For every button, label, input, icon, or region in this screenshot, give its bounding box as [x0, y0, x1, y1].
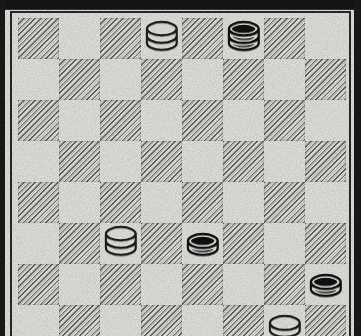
square-r0c7	[305, 18, 346, 59]
square-r2c7	[305, 100, 346, 141]
square-r4c6	[264, 182, 305, 223]
square-r7c5	[223, 305, 264, 336]
square-r4c5	[223, 182, 264, 223]
square-r6c7: ⛂	[305, 264, 346, 305]
top-border-line	[0, 0, 361, 10]
square-r7c0	[18, 305, 59, 336]
square-r6c5	[223, 264, 264, 305]
right-border-line	[354, 0, 361, 336]
white-king-piece: ⛁	[144, 16, 179, 58]
square-r4c1	[59, 182, 100, 223]
square-r7c3	[141, 305, 182, 336]
square-r4c7	[305, 182, 346, 223]
square-r5c1	[59, 223, 100, 264]
square-r5c3	[141, 223, 182, 264]
black-king-piece: ⛃	[226, 16, 261, 58]
square-r0c3: ⛁	[141, 18, 182, 59]
square-r6c2	[100, 264, 141, 305]
left-border-line	[0, 0, 5, 336]
square-r1c5	[223, 59, 264, 100]
square-r0c2	[100, 18, 141, 59]
square-r5c0	[18, 223, 59, 264]
white-king-piece: ⛁	[103, 221, 138, 263]
square-r6c0	[18, 264, 59, 305]
black-man-piece: ⛂	[308, 262, 343, 304]
square-r4c3	[141, 182, 182, 223]
square-r2c4	[182, 100, 223, 141]
black-man-piece: ⛂	[185, 221, 220, 263]
square-r5c6	[264, 223, 305, 264]
square-r3c4	[182, 141, 223, 182]
square-r5c5	[223, 223, 264, 264]
square-r0c4	[182, 18, 223, 59]
square-r6c4	[182, 264, 223, 305]
white-man-piece: ⛀	[267, 303, 302, 336]
square-r3c2	[100, 141, 141, 182]
square-r1c4	[182, 59, 223, 100]
square-r1c3	[141, 59, 182, 100]
square-r3c0	[18, 141, 59, 182]
square-r2c0	[18, 100, 59, 141]
square-r2c3	[141, 100, 182, 141]
square-r7c4	[182, 305, 223, 336]
square-r7c1	[59, 305, 100, 336]
square-r1c7	[305, 59, 346, 100]
square-r1c2	[100, 59, 141, 100]
square-r6c3	[141, 264, 182, 305]
square-r7c2	[100, 305, 141, 336]
square-r7c6: ⛀	[264, 305, 305, 336]
square-r5c2: ⛁	[100, 223, 141, 264]
square-r1c0	[18, 59, 59, 100]
square-r0c0	[18, 18, 59, 59]
square-r0c6	[264, 18, 305, 59]
square-r1c6	[264, 59, 305, 100]
square-r6c1	[59, 264, 100, 305]
square-r2c5	[223, 100, 264, 141]
square-r1c1	[59, 59, 100, 100]
square-r3c1	[59, 141, 100, 182]
square-r0c5: ⛃	[223, 18, 264, 59]
square-r3c6	[264, 141, 305, 182]
board: ⛁⛃⛁⛂⛂⛀	[18, 18, 346, 336]
square-r0c1	[59, 18, 100, 59]
square-r7c7	[305, 305, 346, 336]
square-r2c6	[264, 100, 305, 141]
square-r5c4: ⛂	[182, 223, 223, 264]
square-r3c3	[141, 141, 182, 182]
square-r2c1	[59, 100, 100, 141]
square-r4c0	[18, 182, 59, 223]
square-r2c2	[100, 100, 141, 141]
square-r3c7	[305, 141, 346, 182]
checkers-board-scan: ⛁⛃⛁⛂⛂⛀	[0, 0, 361, 336]
square-r3c5	[223, 141, 264, 182]
